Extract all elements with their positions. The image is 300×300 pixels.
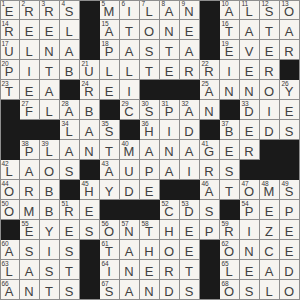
cell-r10c15[interactable]: 49S [280,180,300,200]
cell-r8c5[interactable]: N [80,140,100,160]
cell-r3c7[interactable]: A [120,40,140,60]
black-cell-r5c9 [160,80,180,100]
cell-letter: S [60,5,78,18]
cell-letter: R [40,5,58,18]
cell-r10c7[interactable]: D [120,180,140,200]
cell-r5c11[interactable]: 25A [200,80,220,100]
cell-r15c2[interactable]: N [20,280,40,300]
cell-letter: N [160,25,178,38]
cell-letter: P [0,65,18,78]
cell-letter: E [20,225,38,238]
cell-r12c6[interactable]: 56O [100,220,120,240]
cell-r12c9[interactable]: H [160,220,180,240]
cell-letter: A [140,145,158,158]
cell-r5c6[interactable]: E [100,80,120,100]
cell-r9c7[interactable]: U [120,160,140,180]
cell-r7c14[interactable]: D [260,120,280,140]
cell-r15c10[interactable]: S [180,280,200,300]
cell-r3c4[interactable]: A [60,40,80,60]
cell-letter: R [200,65,218,78]
cell-r3c3[interactable]: N [40,40,60,60]
cell-r11c5[interactable]: E [80,200,100,220]
cell-r8c10[interactable]: A [180,140,200,160]
cell-r11c11[interactable]: S [200,200,220,220]
cell-r10c6[interactable]: Y [100,180,120,200]
cell-r1c4[interactable]: 4S [60,0,80,20]
cell-r9c9[interactable]: A [160,160,180,180]
cell-r8c7[interactable]: 40M [120,140,140,160]
cell-r6c10[interactable]: 32A [180,100,200,120]
cell-r13c3[interactable]: I [40,240,60,260]
cell-r2c3[interactable]: E [40,20,60,40]
cell-r13c15[interactable]: E [280,240,300,260]
black-cell-r15c5 [80,280,100,300]
cell-r14c14[interactable]: A [260,260,280,280]
cell-letter: R [180,65,198,78]
cell-r5c15[interactable]: 26Y [280,80,300,100]
cell-letter: B [220,125,238,138]
cell-r10c12[interactable]: T [220,180,240,200]
cell-r2c1[interactable]: 14R [0,20,20,40]
black-cell-r12c1 [0,220,20,240]
cell-r12c13[interactable]: I [240,220,260,240]
cell-r8c4[interactable]: A [60,140,80,160]
cell-r13c10[interactable]: E [180,240,200,260]
black-cell-r6c12 [220,100,240,120]
cell-letter: E [180,225,198,238]
cell-letter: Y [40,225,58,238]
cell-r14c13[interactable]: E [240,260,260,280]
cell-letter: A [20,265,38,278]
cell-r9c12[interactable]: S [220,160,240,180]
cell-letter: F [20,105,38,118]
cell-r10c3[interactable]: B [40,180,60,200]
cell-letter: A [180,105,198,118]
cell-r13c4[interactable]: S [60,240,80,260]
cell-r4c1[interactable]: 20P [0,60,20,80]
cell-r3c14[interactable]: E [260,40,280,60]
cell-letter: A [60,45,78,58]
cell-r3c6[interactable]: 18P [100,40,120,60]
cell-r4c7[interactable]: L [120,60,140,80]
cell-letter: O [160,245,178,258]
cell-r7c6[interactable]: 35S [100,120,120,140]
cell-letter: A [60,105,78,118]
cell-letter: E [280,245,298,258]
cell-r10c1[interactable]: 44O [0,180,20,200]
black-cell-r14c5 [80,260,100,280]
cell-r9c10[interactable]: I [180,160,200,180]
cell-letter: L [0,165,18,178]
cell-r15c12[interactable]: 68O [220,280,240,300]
cell-r2c10[interactable]: E [180,20,200,40]
cell-r8c11[interactable]: 41G [200,140,220,160]
cell-r14c10[interactable]: T [180,260,200,280]
cell-letter: O [40,165,58,178]
cell-letter: S [60,285,78,298]
cell-r10c14[interactable]: 48M [260,180,280,200]
cell-letter: T [180,265,198,278]
cell-letter: A [160,5,178,18]
cell-r6c14[interactable]: I [260,100,280,120]
cell-letter: A [220,5,238,18]
cell-r11c14[interactable]: E [260,200,280,220]
black-cell-r15c11 [200,280,220,300]
cell-r13c9[interactable]: O [160,240,180,260]
cell-r2c14[interactable]: T [260,20,280,40]
black-cell-r11c12 [220,200,240,220]
cell-letter: L [100,65,118,78]
cell-letter: N [200,105,218,118]
cell-r1c1[interactable]: 1E [0,0,20,20]
cell-letter: N [80,145,98,158]
cell-r2c4[interactable]: L [60,20,80,40]
cell-r10c11[interactable]: 46A [200,180,220,200]
cell-r6c9[interactable]: 31P [160,100,180,120]
cell-r5c1[interactable]: 23T [0,80,20,100]
cell-r11c9[interactable]: 52C [160,200,180,220]
cell-r8c3[interactable]: 39L [40,140,60,160]
black-cell-r7c11 [200,120,220,140]
cell-letter: E [260,45,278,58]
cell-r9c2[interactable]: A [20,160,40,180]
cell-letter: I [120,85,138,98]
cell-r4c13[interactable]: E [240,60,260,80]
cell-letter: P [280,205,298,218]
cell-r2c13[interactable]: A [240,20,260,40]
cell-r3c1[interactable]: 17U [0,40,20,60]
cell-r1c10[interactable]: 9N [180,0,200,20]
cell-r14c15[interactable]: D [280,260,300,280]
black-cell-r3c11 [200,40,220,60]
cell-r12c8[interactable]: 58T [140,220,160,240]
cell-r14c9[interactable]: R [160,260,180,280]
black-cell-r6c1 [0,100,20,120]
cell-letter: L [0,265,18,278]
cell-r8c2[interactable]: 38P [20,140,40,160]
cell-letter: P [160,105,178,118]
cell-letter: L [240,5,258,18]
cell-r5c12[interactable]: N [220,80,240,100]
cell-letter: Y [100,185,118,198]
cell-r10c2[interactable]: R [20,180,40,200]
cell-r5c2[interactable]: E [20,80,40,100]
cell-letter: O [280,5,298,18]
cell-letter: L [220,265,238,278]
cell-r2c15[interactable]: A [280,20,300,40]
cell-letter: L [140,5,158,18]
cell-r11c13[interactable]: 54P [240,200,260,220]
cell-letter: A [20,165,38,178]
cell-letter: U [120,165,138,178]
cell-r7c12[interactable]: 37B [220,120,240,140]
cell-r11c3[interactable]: B [40,200,60,220]
cell-r1c2[interactable]: 2R [20,0,40,20]
cell-r4c12[interactable]: I [220,60,240,80]
black-cell-r6c6 [100,100,120,120]
cell-r4c8[interactable]: T [140,60,160,80]
cell-r14c2[interactable]: A [20,260,40,280]
cell-r13c1[interactable]: 60A [0,240,20,260]
cell-r9c11[interactable]: R [200,160,220,180]
cell-letter: E [140,185,158,198]
cell-letter: P [240,205,258,218]
cell-letter: P [100,45,118,58]
cell-letter: N [140,285,158,298]
cell-letter: A [280,25,298,38]
cell-r14c3[interactable]: S [40,260,60,280]
cell-letter: E [100,85,118,98]
cell-r7c15[interactable]: S [280,120,300,140]
cell-r14c8[interactable]: E [140,260,160,280]
cell-r15c7[interactable]: A [120,280,140,300]
cell-r12c15[interactable]: E [280,220,300,240]
cell-r14c12[interactable]: 65L [220,260,240,280]
cell-letter: A [40,85,58,98]
cell-r2c12[interactable]: 16T [220,20,240,40]
cell-letter: R [260,65,278,78]
cell-r6c2[interactable]: 27F [20,100,40,120]
cell-letter: A [260,265,278,278]
cell-r12c10[interactable]: E [180,220,200,240]
cell-letter: I [20,65,38,78]
cell-letter: E [280,105,298,118]
cell-letter: S [200,205,218,218]
cell-r9c4[interactable]: S [60,160,80,180]
cell-r14c6[interactable]: 64I [100,260,120,280]
cell-r11c10[interactable]: 53D [180,200,200,220]
cell-letter: A [100,25,118,38]
cell-r8c13[interactable]: R [240,140,260,160]
cell-r4c10[interactable]: R [180,60,200,80]
cell-r7c13[interactable]: E [240,120,260,140]
black-cell-r8c1 [0,140,20,160]
cell-r13c7[interactable]: A [120,240,140,260]
cell-letter: E [160,65,178,78]
black-cell-r11c6 [100,200,120,220]
cell-r4c14[interactable]: R [260,60,280,80]
cell-r11c1[interactable]: 50O [0,200,20,220]
cell-r1c9[interactable]: 8A [160,0,180,20]
cell-r15c13[interactable]: S [240,280,260,300]
cell-r2c8[interactable]: O [140,20,160,40]
cell-letter: O [0,185,18,198]
cell-letter: E [220,45,238,58]
cell-r1c6[interactable]: 5M [100,0,120,20]
cell-r7c10[interactable]: D [180,120,200,140]
cell-r1c13[interactable]: 11L [240,0,260,20]
cell-r14c1[interactable]: 63L [0,260,20,280]
cell-r1c8[interactable]: 7L [140,0,160,20]
cell-r7c5[interactable]: A [80,120,100,140]
cell-r15c6[interactable]: 67S [100,280,120,300]
cell-r5c5[interactable]: 24R [80,80,100,100]
cell-letter: E [280,225,298,238]
cell-r4c2[interactable]: I [20,60,40,80]
cell-r11c15[interactable]: P [280,200,300,220]
cell-letter: O [260,85,278,98]
cell-r12c11[interactable]: P [200,220,220,240]
cell-r3c12[interactable]: 19E [220,40,240,60]
cell-letter: I [240,225,258,238]
cell-r5c3[interactable]: A [40,80,60,100]
cell-letter: T [0,85,18,98]
black-cell-r9c15 [280,160,300,180]
cell-letter: O [140,25,158,38]
cell-r13c6[interactable]: 61T [100,240,120,260]
cell-r11c4[interactable]: 51R [60,200,80,220]
cell-letter: O [0,205,18,218]
cell-r4c5[interactable]: 21U [80,60,100,80]
cell-r8c6[interactable]: T [100,140,120,160]
cell-r14c4[interactable]: T [60,260,80,280]
cell-r15c3[interactable]: T [40,280,60,300]
cell-letter: O [220,285,238,298]
cell-r3c15[interactable]: R [280,40,300,60]
cell-letter: E [240,125,258,138]
cell-r12c2[interactable]: 55E [20,220,40,240]
cell-letter: I [120,5,138,18]
cell-r8c9[interactable]: N [160,140,180,160]
cell-letter: L [260,285,278,298]
cell-r10c5[interactable]: 45H [80,180,100,200]
cell-letter: V [240,45,258,58]
cell-r4c3[interactable]: T [40,60,60,80]
cell-r6c4[interactable]: 28A [60,100,80,120]
cell-r2c7[interactable]: T [120,20,140,40]
black-cell-r10c4 [60,180,80,200]
cell-r10c8[interactable]: E [140,180,160,200]
black-cell-r7c7 [120,120,140,140]
cell-r3c13[interactable]: V [240,40,260,60]
cell-r10c13[interactable]: 47O [240,180,260,200]
cell-r6c3[interactable]: L [40,100,60,120]
cell-letter: A [120,245,138,258]
cell-r5c13[interactable]: N [240,80,260,100]
cell-letter: D [240,105,258,118]
cell-r1c7[interactable]: 6I [120,0,140,20]
cell-letter: D [180,125,198,138]
cell-r1c3[interactable]: 3R [40,0,60,20]
cell-r15c1[interactable]: 66A [0,280,20,300]
cell-letter: H [160,225,178,238]
cell-r8c8[interactable]: A [140,140,160,160]
cell-r7c4[interactable]: 34L [60,120,80,140]
cell-r1c14[interactable]: 12S [260,0,280,20]
cell-r13c13[interactable]: N [240,240,260,260]
cell-letter: T [60,265,78,278]
cell-letter: O [100,225,118,238]
cell-r11c2[interactable]: M [20,200,40,220]
cell-letter: R [0,25,18,38]
cell-r12c7[interactable]: 57N [120,220,140,240]
cell-letter: S [80,225,98,238]
cell-letter: P [20,145,38,158]
black-cell-r13c5 [80,240,100,260]
cell-r12c3[interactable]: Y [40,220,60,240]
cell-r6c7[interactable]: 29C [120,100,140,120]
cell-r14c7[interactable]: N [120,260,140,280]
cell-r3c2[interactable]: L [20,40,40,60]
cell-letter: R [280,45,298,58]
cell-r7c8[interactable]: 36H [140,120,160,140]
cell-letter: E [20,85,38,98]
cell-letter: I [160,125,178,138]
cell-r1c12[interactable]: 10A [220,0,240,20]
black-cell-r9c13 [240,160,260,180]
cell-letter: C [260,245,278,258]
cell-r5c14[interactable]: O [260,80,280,100]
cell-letter: B [40,185,58,198]
cell-letter: S [100,125,118,138]
cell-r3c8[interactable]: S [140,40,160,60]
cell-r15c4[interactable]: S [60,280,80,300]
cell-r13c8[interactable]: H [140,240,160,260]
black-cell-r1c11 [200,0,220,20]
cell-r15c9[interactable]: D [160,280,180,300]
cell-r6c5[interactable]: B [80,100,100,120]
cell-letter: A [100,165,118,178]
cell-r6c13[interactable]: 33D [240,100,260,120]
cell-r6c15[interactable]: E [280,100,300,120]
cell-letter: D [260,125,278,138]
cell-r2c2[interactable]: E [20,20,40,40]
cell-r12c14[interactable]: Z [260,220,280,240]
cell-letter: T [100,245,118,258]
cell-r5c7[interactable]: I [120,80,140,100]
cell-letter: I [100,265,118,278]
cell-r9c3[interactable]: O [40,160,60,180]
cell-letter: N [20,285,38,298]
cell-r15c8[interactable]: N [140,280,160,300]
cell-r4c11[interactable]: 22R [200,60,220,80]
cell-r12c12[interactable]: 59R [220,220,240,240]
cell-letter: T [120,25,138,38]
cell-letter: D [280,265,298,278]
cell-r15c14[interactable]: L [260,280,280,300]
cell-letter: L [40,105,58,118]
cell-r9c8[interactable]: P [140,160,160,180]
cell-letter: M [120,145,138,158]
black-cell-r11c7 [120,200,140,220]
cell-letter: N [180,5,198,18]
cell-r12c5[interactable]: S [80,220,100,240]
cell-r13c2[interactable]: S [20,240,40,260]
cell-letter: H [140,245,158,258]
cell-r13c12[interactable]: 62O [220,240,240,260]
cell-r13c14[interactable]: C [260,240,280,260]
cell-r4c4[interactable]: B [60,60,80,80]
cell-letter: B [40,205,58,218]
cell-r1c15[interactable]: 13O [280,0,300,20]
cell-r9c1[interactable]: 42L [0,160,20,180]
cell-r2c6[interactable]: 15A [100,20,120,40]
cell-r2c9[interactable]: N [160,20,180,40]
cell-r6c11[interactable]: N [200,100,220,120]
cell-r3c10[interactable]: A [180,40,200,60]
cell-r6c8[interactable]: 30S [140,100,160,120]
cell-r9c6[interactable]: 43A [100,160,120,180]
cell-r4c9[interactable]: E [160,60,180,80]
cell-r8c12[interactable]: E [220,140,240,160]
cell-letter: A [160,165,178,178]
cell-r15c15[interactable]: O [280,280,300,300]
cell-r3c9[interactable]: T [160,40,180,60]
cell-r4c6[interactable]: L [100,60,120,80]
cell-letter: A [180,45,198,58]
cell-r7c9[interactable]: I [160,120,180,140]
cell-r12c4[interactable]: E [60,220,80,240]
